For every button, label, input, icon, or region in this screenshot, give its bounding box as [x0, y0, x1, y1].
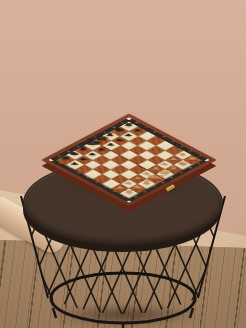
photo-scene: AA88BB77CC66DD55EE44FF33GG22HH11 ♜♟♟♜♞♟♟…: [0, 0, 246, 328]
square-h5: [84, 170, 102, 180]
piece-contact-shadow: [151, 176, 162, 182]
square-d3: [138, 160, 156, 170]
square-e1: ♚: [147, 174, 165, 184]
coord-label: 3: [98, 184, 111, 191]
coord-label: 7: [62, 165, 75, 172]
square-d1: ♛: [156, 170, 174, 180]
coord-label: A: [192, 160, 205, 167]
square-f1: ♝: [138, 179, 156, 189]
coord-label: F: [147, 184, 160, 191]
piece-glyph: ♟: [110, 186, 130, 189]
piece-glyph: ♟: [119, 181, 139, 184]
piece-glyph: ♟: [82, 152, 102, 155]
square-h2: ♟: [111, 184, 129, 194]
coord-label: C: [174, 170, 187, 177]
coord-label: H: [129, 193, 142, 200]
piece-glyph: ♟: [73, 157, 93, 160]
coord-label: 4: [89, 179, 102, 186]
square-g3: [111, 174, 129, 184]
piece-contact-shadow: [124, 191, 135, 197]
square-f3: [120, 170, 138, 180]
square-g5: [93, 165, 111, 175]
piece-glyph: ♟: [128, 176, 148, 179]
piece-contact-shadow: [142, 181, 153, 187]
coord-label: E: [156, 179, 169, 186]
piece-contact-shadow: [133, 186, 144, 192]
square-h1: ♜: [120, 189, 138, 199]
piece-glyph: ♟: [64, 162, 84, 165]
square-h7: ♟: [66, 160, 84, 170]
piece-glyph: ♟: [128, 128, 148, 131]
square-d2: ♟: [147, 165, 165, 175]
square-g2: ♟: [120, 179, 138, 189]
coord-label: B: [183, 165, 196, 172]
piece-glyph: ♟: [110, 138, 130, 141]
square-f4: [111, 165, 129, 175]
square-e4: [120, 160, 138, 170]
piece-glyph: ♝: [137, 180, 157, 185]
square-f5: [102, 160, 120, 170]
square-e2: ♟: [138, 170, 156, 180]
square-c1: ♝: [165, 165, 183, 175]
square-h3: [102, 179, 120, 189]
square-h4: [93, 174, 111, 184]
corner-inlay: [205, 159, 210, 162]
piece-glyph: ♜: [119, 190, 139, 194]
square-h6: [75, 165, 93, 175]
square-e3: [129, 165, 147, 175]
coord-label: 5: [80, 174, 93, 181]
piece-contact-shadow: [115, 186, 126, 192]
square-g7: ♟: [75, 155, 93, 165]
piece-contact-shadow: [133, 176, 144, 182]
piece-glyph: ♟: [92, 148, 112, 151]
coord-label: 2: [107, 189, 120, 196]
square-g6: [84, 160, 102, 170]
piece-glyph: ♟: [119, 133, 139, 136]
piece-glyph: ♚: [146, 173, 166, 179]
piece-contact-shadow: [124, 181, 135, 187]
coord-label: 1: [116, 193, 129, 200]
corner-inlay: [127, 200, 132, 203]
square-g4: [102, 170, 120, 180]
coord-label: 6: [71, 170, 84, 177]
coord-label: D: [165, 174, 178, 181]
square-f2: ♟: [129, 174, 147, 184]
coord-label: G: [138, 189, 151, 196]
corner-inlay: [48, 159, 53, 162]
square-g1: ♞: [129, 184, 147, 194]
basket-feet: [53, 308, 193, 328]
piece-glyph: ♞: [128, 185, 148, 189]
